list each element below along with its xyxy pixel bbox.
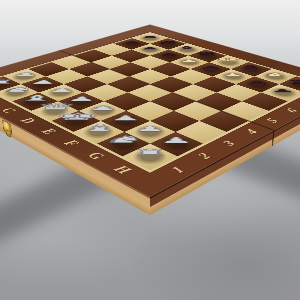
rook-glyph: ♜ bbox=[0, 79, 33, 85]
rook-glyph: ♜ bbox=[124, 35, 175, 38]
pawn-glyph: ♟ bbox=[202, 73, 263, 77]
pawn-glyph: ♟ bbox=[123, 47, 177, 50]
pawn-glyph: ♟ bbox=[250, 88, 300, 93]
rook-glyph: ♜ bbox=[110, 148, 190, 157]
board: ABCDEFGH12345678 ♜♞♝♛♚♝♞♜♟♟♟♟♟♟♟♟♟♟♟♟♟♟♟… bbox=[0, 25, 300, 197]
knight-glyph: ♞ bbox=[0, 86, 51, 93]
knight-glyph: ♞ bbox=[85, 135, 162, 145]
pawn-glyph: ♟ bbox=[106, 41, 158, 44]
king-glyph: ♚ bbox=[40, 112, 113, 122]
pawn-glyph: ♟ bbox=[161, 59, 218, 63]
brass-clasp-hook-icon bbox=[6, 129, 11, 138]
bishop-glyph: ♝ bbox=[62, 123, 137, 132]
pawn-glyph: ♟ bbox=[0, 72, 57, 77]
scene: ABCDEFGH12345678 ♜♞♝♛♚♝♞♜♟♟♟♟♟♟♟♟♟♟♟♟♟♟♟… bbox=[0, 0, 300, 300]
brass-clasp bbox=[2, 119, 12, 135]
pawn-glyph: ♟ bbox=[141, 53, 196, 56]
pawn-glyph: ♟ bbox=[225, 80, 289, 84]
chess-board-photo: ABCDEFGH12345678 ♜♞♝♛♚♝♞♜♟♟♟♟♟♟♟♟♟♟♟♟♟♟♟… bbox=[0, 0, 300, 300]
pawn-glyph: ♟ bbox=[181, 66, 240, 70]
